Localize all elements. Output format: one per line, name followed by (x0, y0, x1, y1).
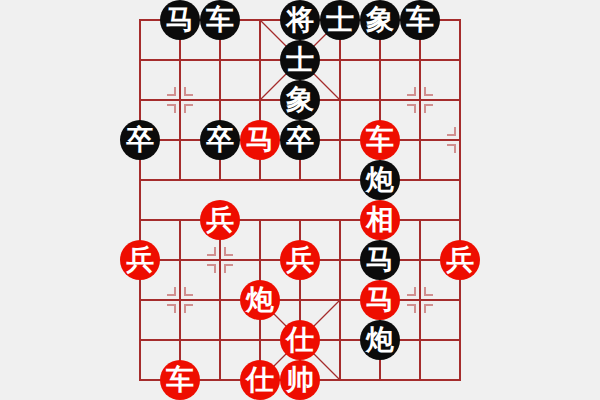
piece-black-general[interactable]: 将 (280, 0, 320, 40)
piece-black-cannon[interactable]: 炮 (360, 160, 400, 200)
piece-red-soldier[interactable]: 兵 (280, 240, 320, 280)
piece-black-cannon[interactable]: 炮 (360, 320, 400, 360)
piece-red-chariot[interactable]: 车 (360, 120, 400, 160)
piece-red-advisor[interactable]: 仕 (240, 360, 280, 400)
piece-red-chariot[interactable]: 车 (160, 360, 200, 400)
piece-red-horse[interactable]: 马 (240, 120, 280, 160)
piece-red-advisor[interactable]: 仕 (280, 320, 320, 360)
piece-red-cannon[interactable]: 炮 (240, 280, 280, 320)
piece-black-chariot[interactable]: 车 (200, 0, 240, 40)
piece-red-general[interactable]: 帅 (280, 360, 320, 400)
piece-black-soldier[interactable]: 卒 (200, 120, 240, 160)
piece-black-soldier[interactable]: 卒 (120, 120, 160, 160)
piece-black-horse[interactable]: 马 (360, 240, 400, 280)
piece-black-soldier[interactable]: 卒 (280, 120, 320, 160)
piece-black-chariot[interactable]: 车 (400, 0, 440, 40)
piece-black-advisor[interactable]: 士 (280, 40, 320, 80)
piece-black-elephant[interactable]: 象 (280, 80, 320, 120)
piece-red-soldier[interactable]: 兵 (440, 240, 480, 280)
piece-red-soldier[interactable]: 兵 (200, 200, 240, 240)
piece-red-soldier[interactable]: 兵 (120, 240, 160, 280)
xiangqi-board: 马车将士象车士象卒卒马卒车炮兵相兵兵马兵炮马仕炮车仕帅 (0, 0, 600, 400)
piece-red-horse[interactable]: 马 (360, 280, 400, 320)
piece-black-horse[interactable]: 马 (160, 0, 200, 40)
pieces-layer: 马车将士象车士象卒卒马卒车炮兵相兵兵马兵炮马仕炮车仕帅 (0, 0, 600, 400)
piece-red-elephant[interactable]: 相 (360, 200, 400, 240)
piece-black-elephant[interactable]: 象 (360, 0, 400, 40)
piece-black-advisor[interactable]: 士 (320, 0, 360, 40)
